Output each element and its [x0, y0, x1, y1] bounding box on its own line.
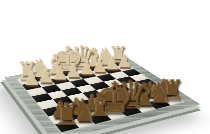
- board-grid: ♜♞♝♚♛♝♞♜♟♟♟♟♟♟♟♟♟♟♟♟♟♟♟♟♜♞♝♚♛♝♞♜: [17, 60, 183, 132]
- chess-board: ♜♞♝♚♛♝♞♜♟♟♟♟♟♟♟♟♟♟♟♟♟♟♟♟♜♞♝♚♛♝♞♜: [4, 56, 200, 134]
- chess-set-photo: ♜♞♝♚♛♝♞♜♟♟♟♟♟♟♟♟♟♟♟♟♟♟♟♟♜♞♝♚♛♝♞♜: [0, 0, 210, 134]
- square-h8: ♜: [55, 120, 79, 132]
- piece-black-rook: ♜: [53, 99, 80, 130]
- board-scene: ♜♞♝♚♛♝♞♜♟♟♟♟♟♟♟♟♟♟♟♟♟♟♟♟♜♞♝♚♛♝♞♜: [0, 0, 210, 134]
- piece-white-pawn: ♟: [23, 69, 41, 89]
